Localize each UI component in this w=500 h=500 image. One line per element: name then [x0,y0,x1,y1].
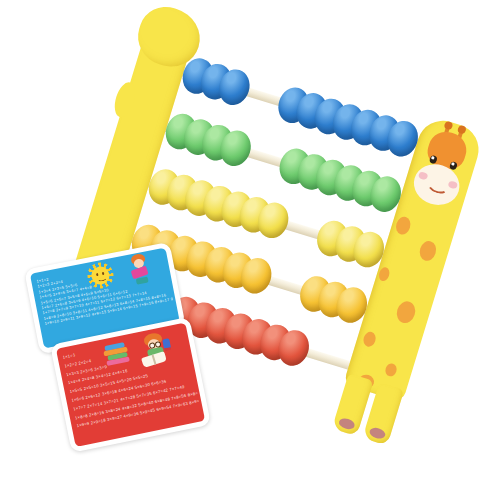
bead-group-right [296,272,372,326]
giraffe-hoof [368,426,386,440]
bead-group-right [275,145,405,216]
giraffe-hoof [338,417,356,431]
product-photo: 1+1=21+2=3 2+2=41+3=4 2+3=5 3+3=61+4=5 2… [0,0,500,500]
giraffe-cheek [418,171,429,180]
giraffe-spot-icon [394,299,418,325]
bead-rows [158,0,500,77]
giraffe-spot-icon [377,266,391,282]
left-post-side-bump [111,80,139,120]
bead-group-right [313,217,389,271]
addition-table: 1+1=21+2=3 2+2=41+3=4 2+3=5 3+3=61+4=5 2… [36,254,174,327]
bead-group-left [161,110,255,170]
giraffe-smile [426,174,452,196]
giraffe-spots [426,114,485,132]
giraffe-eye-icon [429,155,438,165]
giraffe-spot-icon [362,330,378,348]
giraffe-spot-icon [394,215,413,236]
giraffe-spot-icon [417,239,438,263]
giraffe-spot-icon [384,362,398,378]
multiplication-table: 1×1=11×2=2 2×2=41×3=3 2×3=6 3×3=91×4=4 2… [62,329,200,432]
bead-group-left [178,54,254,108]
